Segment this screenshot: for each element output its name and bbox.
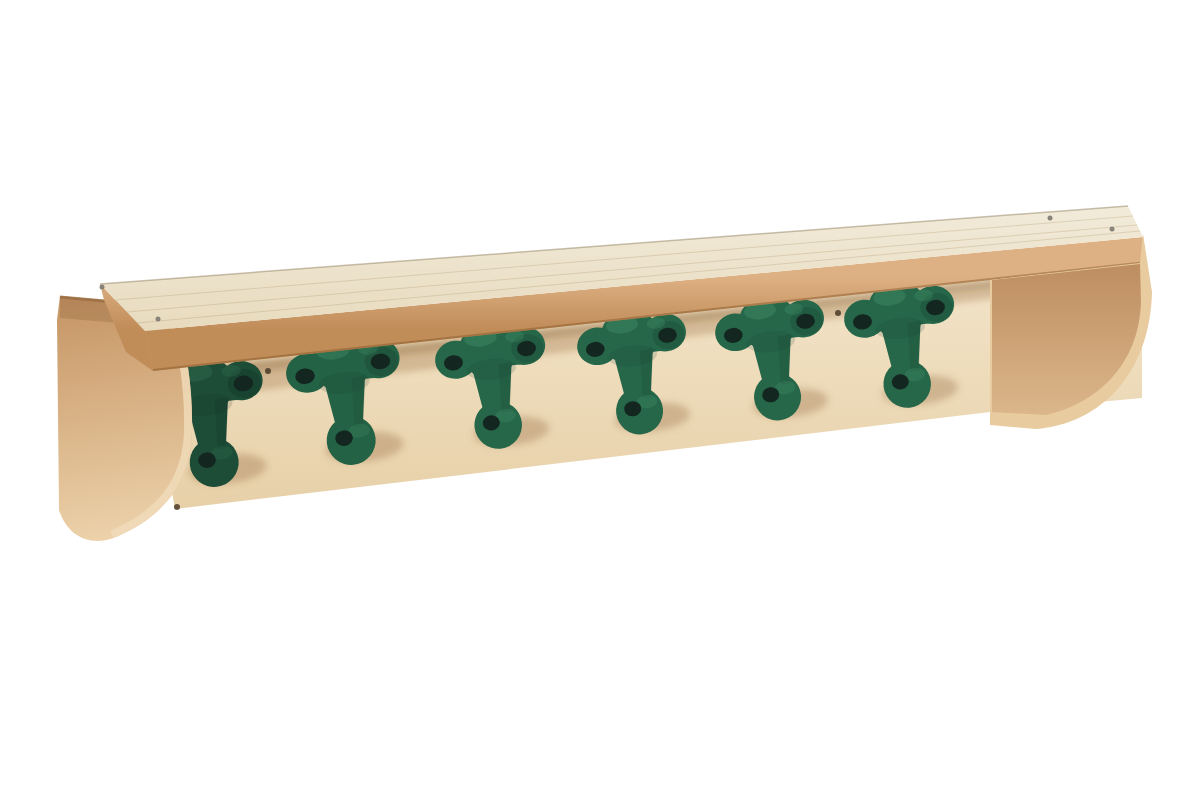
product-photo: [0, 0, 1200, 800]
backboard-screw: [174, 504, 180, 510]
shelf-top-screw: [1048, 216, 1053, 221]
shelf-top-screw: [1110, 227, 1115, 232]
shelf-top-screw: [156, 317, 161, 322]
backboard-screw: [835, 310, 841, 316]
shelf-top-screw: [100, 285, 105, 290]
backboard-screw: [265, 368, 271, 374]
